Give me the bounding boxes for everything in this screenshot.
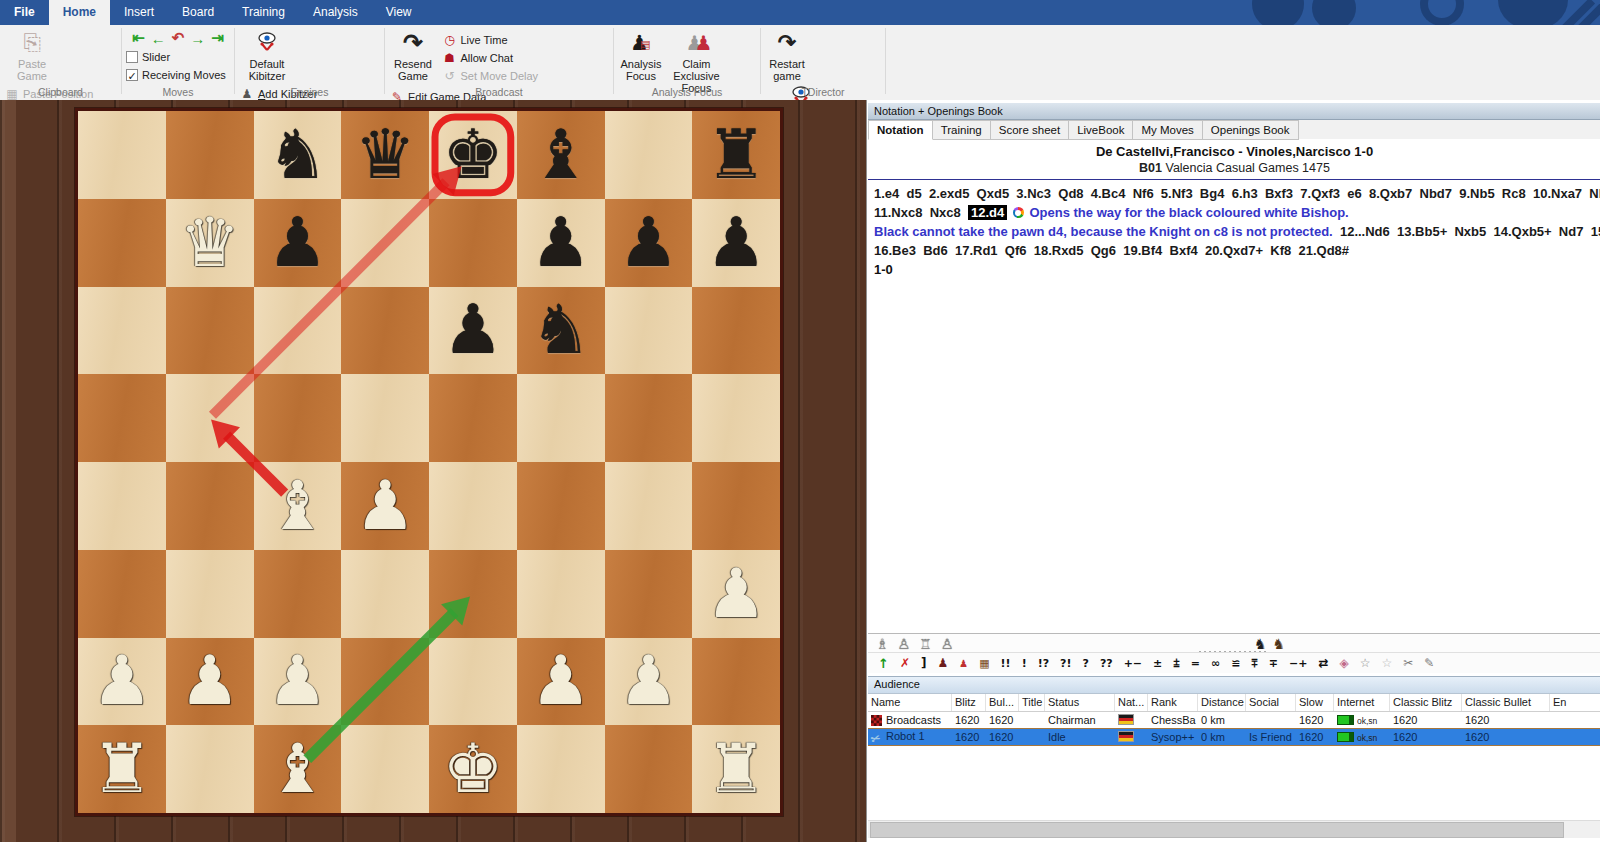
paste-game-label: Paste Game [17,58,47,82]
chess-board-frame: ♞♛♚♝♜♛♟♟♟♟♟♞♝♟♟♟♟♟♟♟♜♝♚♜ [75,108,783,816]
audience-row-robot-1[interactable]: ✂Robot 116201620IdleSysop++0 kmIs Friend… [868,728,1600,746]
default-kibitzer-label: Default Kibitzer [249,58,286,82]
flag-de [1118,731,1134,742]
broadcast-col2: ◷ Live Time ☗ Allow Chat ↺ Set Move Dela… [441,28,538,85]
connection-led [1337,715,1354,725]
eco-line: B01 Valencia Casual Games 1475 [868,161,1600,175]
tab-my-moves[interactable]: My Moves [1133,120,1202,140]
black-bishop-f8[interactable]: ♝ [517,111,605,199]
square-c4[interactable]: ♝ [254,462,342,550]
square-c7[interactable]: ♟ [254,199,342,287]
ribbon-group-tdirector: ↷ Restart game Compare Computer Moves TD… [761,25,885,99]
audience-table: NameBlitzBul...TitleStatusNat...RankDist… [868,694,1600,746]
black-pawn-c7[interactable]: ♟ [254,199,342,287]
decoration-circle [1252,0,1304,25]
slider-label: Slider [142,51,170,63]
cell-slow: 1620 [1296,714,1334,726]
black-knight-f6[interactable]: ♞ [517,287,605,375]
tab-livebook[interactable]: LiveBook [1069,120,1133,140]
black-winning-button[interactable]: −+ [1289,657,1307,670]
column-header-internet[interactable]: Internet [1334,694,1390,711]
scissors-button[interactable]: ✂ [1403,656,1413,670]
white-slightly-better-button[interactable]: ⩲ [1173,657,1179,670]
column-header-distance[interactable]: Distance [1198,694,1246,711]
square-f3[interactable] [517,550,605,638]
column-header-en[interactable]: En [1550,694,1600,711]
connection-text: ok,sn [1357,716,1377,726]
square-f4[interactable] [517,462,605,550]
column-header-rank[interactable]: Rank [1148,694,1198,711]
tab-notation[interactable]: Notation [868,120,933,140]
white-bishop-c4[interactable]: ♝ [254,462,342,550]
annotation-toolbar: ↑✗]♟♟▦!!!!??!???+−±⩲=∞≌⩱∓−+⇄◈☆☆✂✎ [868,652,1600,673]
restart-game-label: Restart game [769,58,804,82]
ribbon-tab-board[interactable]: Board [168,0,228,25]
moves-line-3-post[interactable]: 12...Nd6 13.Bb5+ Nxb5 14.Qxb5+ Nd7 15.d5… [1333,224,1600,239]
resend-game-icon: ↷ [403,30,423,56]
slider-checkbox[interactable]: Slider [126,48,230,66]
rook-button-icon[interactable]: ♖ [919,636,932,652]
black-queen-d8[interactable]: ♛ [341,111,429,199]
resend-game-label: Resend Game [394,58,432,82]
game-header: De Castellvi,Francisco - Vinoles,Narcisc… [868,141,1600,178]
column-header-classicbullet[interactable]: Classic Bullet [1462,694,1550,711]
square-b7[interactable]: ♛ [166,199,254,287]
ribbon: ⎘ Paste Game ▦ Paste Position ❐ Copy Gam… [0,25,1600,101]
white-queen-b7[interactable]: ♛ [166,199,254,287]
square-c6[interactable] [254,287,342,375]
notation-tab-bar: NotationTrainingScore sheetLiveBookMy Mo… [868,120,1600,139]
cell-bullet: 1620 [986,731,1019,743]
white-better-button[interactable]: ± [1153,657,1162,670]
eraser-button[interactable]: ◈ [1340,656,1349,670]
white-pawn-f2[interactable]: ♟ [517,638,605,726]
black-pawn-e6[interactable]: ♟ [429,287,517,375]
square-b8[interactable] [166,111,254,199]
black-king-e8[interactable]: ♚ [429,111,517,199]
go-to-start-button[interactable]: ⇤ [132,29,145,47]
square-f6[interactable]: ♞ [517,287,605,375]
cell-name[interactable]: Broadcasts [868,714,952,726]
move-up-button[interactable]: ↑ [878,656,889,671]
game-result: 1-0 [874,260,1600,279]
square-a4[interactable] [78,462,166,550]
broadcast-icon [871,715,882,726]
cell-classic-blitz: 1620 [1390,714,1462,726]
analysis-focus-group-label: Analysis Focus [614,86,760,98]
square-d3[interactable] [341,550,429,638]
flag-de [1118,714,1134,725]
clipboard-group-label: Clipboard [0,86,121,98]
cell-status: Chairman [1045,714,1115,726]
black-pawn-h7[interactable]: ♟ [692,199,780,287]
square-e5[interactable] [429,374,517,462]
square-d4[interactable]: ♟ [341,462,429,550]
ribbon-group-analysis-focus: ♟ ▤ Analysis Focus ♟ ♟ Claim Exclusive F… [614,25,760,99]
cell-nationality [1115,731,1148,743]
cell-classic-blitz: 1620 [1390,731,1462,743]
moves-line-3[interactable]: Black cannot take the pawn d4, because t… [874,222,1600,241]
analysis-focus-icon: ♟ ▤ [630,30,652,56]
group-separator [885,28,886,94]
cell-blitz: 1620 [952,731,986,743]
blunder-button[interactable]: ?? [1100,657,1113,670]
black-knight-c8[interactable]: ♞ [254,111,342,199]
cell-internet: ok,sn [1334,714,1390,726]
delete-button[interactable]: ✗ [900,656,910,670]
restart-game-icon: ↷ [778,30,796,56]
decoration-ring [1420,0,1464,25]
claim-exclusive-focus-icon: ♟ ♟ [685,30,707,56]
decoration-circle [1312,0,1356,25]
tab-training[interactable]: Training [933,120,991,140]
white-rook-h1[interactable]: ♜ [692,725,780,813]
moves-group-label: Moves [122,86,234,98]
column-header-nat[interactable]: Nat... [1115,694,1148,711]
connection-led [1337,732,1354,742]
cell-rank: Sysop++ [1148,731,1198,743]
pawn-button-2-icon[interactable]: ♙ [941,636,954,652]
star-button[interactable]: ☆ [1360,656,1371,670]
moves-line-4[interactable]: 16.Be3 Bd6 17.Rd1 Qf6 18.Rxd5 Qg6 19.Bf4… [874,241,1600,260]
cell-rank: ChessBa [1148,714,1198,726]
square-d6[interactable] [341,287,429,375]
cell-bullet: 1620 [986,714,1019,726]
square-a3[interactable] [78,550,166,638]
horizontal-scrollbar[interactable] [868,820,1600,838]
ribbon-tab-bar: FileHomeInsertBoardTrainingAnalysisView [0,0,425,25]
square-g1[interactable] [605,725,693,813]
square-g5[interactable] [605,374,693,462]
square-b6[interactable] [166,287,254,375]
square-d5[interactable] [341,374,429,462]
white-king-e1[interactable]: ♚ [429,725,517,813]
bracket-button[interactable]: ] [921,656,926,670]
forward-button[interactable]: → [190,30,205,47]
square-e4[interactable] [429,462,517,550]
square-d8[interactable]: ♛ [341,111,429,199]
takeback-button[interactable]: ↶ [172,29,185,47]
column-header-name[interactable]: Name [868,694,952,711]
square-c8[interactable]: ♞ [254,111,342,199]
receiving-moves-checkbox[interactable]: ✓ Receiving Moves [126,66,230,84]
square-e6[interactable]: ♟ [429,287,517,375]
square-b2[interactable]: ♟ [166,638,254,726]
column-header-bul[interactable]: Bul... [986,694,1019,711]
cell-status: Idle [1045,731,1115,743]
compensation-button[interactable]: ≌ [1231,657,1240,670]
board-panel: ♞♛♚♝♜♛♟♟♟♟♟♞♝♟♟♟♟♟♟♟♜♝♚♜ [0,100,866,842]
white-bishop-c1[interactable]: ♝ [254,725,342,813]
ribbon-group-moves: ⇤ ← ↶ → ⇥ Slider ✓ Receiving Moves Moves [122,25,234,99]
restart-game-button[interactable]: ↷ Restart game [765,28,809,82]
notation-panel: Notation + Openings Book NotationTrainin… [866,100,1600,842]
ribbon-tab-view[interactable]: View [372,0,426,25]
square-h1[interactable]: ♜ [692,725,780,813]
interesting-move-button[interactable]: !? [1038,657,1049,670]
cell-classic-bullet: 1620 [1462,731,1550,743]
square-c1[interactable]: ♝ [254,725,342,813]
column-header-status[interactable]: Status [1045,694,1115,711]
square-b5[interactable] [166,374,254,462]
moves-line-2-pre[interactable]: 11.Nxc8 Nxc8 [874,205,968,220]
square-h5[interactable] [692,374,780,462]
very-good-move-button[interactable]: !! [1001,657,1011,670]
broadcast-group-label: Broadcast [385,86,613,98]
white-pawn-b2[interactable]: ♟ [166,638,254,726]
square-g7[interactable]: ♟ [605,199,693,287]
square-g2[interactable]: ♟ [605,638,693,726]
cell-blitz: 1620 [952,714,986,726]
engines-group-label: Engines [235,86,384,98]
square-e2[interactable] [429,638,517,726]
moves-line-1[interactable]: 1.e4 d5 2.exd5 Qxd5 3.Nc3 Qd8 4.Bc4 Nf6 … [874,184,1600,203]
black-pawn-f7[interactable]: ♟ [517,199,605,287]
cell-social: Is Friend [1246,731,1296,743]
square-c5[interactable] [254,374,342,462]
scrollbar-thumb[interactable] [870,822,1564,838]
cell-distance: 0 km [1198,731,1246,743]
ribbon-group-engines: Default Kibitzer ♟ Add Kibitzer ♟ Remove… [235,25,384,99]
ribbon-tab-file[interactable]: File [0,0,49,25]
tdirector-group-label: TDirector [761,86,885,98]
square-g8[interactable] [605,111,693,199]
black-slightly-better-button[interactable]: ⩱ [1251,657,1257,670]
square-f8[interactable]: ♝ [517,111,605,199]
square-c2[interactable]: ♟ [254,638,342,726]
receiving-moves-label: Receiving Moves [142,69,226,81]
back-button[interactable]: ← [151,30,166,47]
ribbon-tab-analysis[interactable]: Analysis [299,0,372,25]
cell-classic-bullet: 1620 [1462,714,1550,726]
allow-chat-button[interactable]: ☗ Allow Chat [441,49,538,67]
square-f1[interactable] [517,725,605,813]
square-b1[interactable] [166,725,254,813]
ribbon-group-clipboard: ⎘ Paste Game ▦ Paste Position ❐ Copy Gam… [0,25,121,99]
column-header-title[interactable]: Title [1019,694,1045,711]
good-move-button[interactable]: ! [1022,657,1027,670]
bishop-button-icon[interactable]: ♗ [876,636,889,652]
annotation-text-1: Opens the way for the black coloured whi… [1026,205,1349,220]
white-pawn-h3[interactable]: ♟ [692,550,780,638]
counterplay-button[interactable]: ⇄ [1318,656,1328,670]
square-h8[interactable]: ♜ [692,111,780,199]
current-move-highlight[interactable]: 12.d4 [968,205,1007,220]
square-g3[interactable] [605,550,693,638]
white-rook-a1[interactable]: ♜ [78,725,166,813]
moves-line-2[interactable]: 11.Nxc8 Nxc8 12.d4 Opens the way for the… [874,203,1600,222]
audience-table-header: NameBlitzBul...TitleStatusNat...RankDist… [868,694,1600,712]
white-pawn-c2[interactable]: ♟ [254,638,342,726]
paste-game-button[interactable]: ⎘ Paste Game [4,28,60,82]
analysis-focus-label: Analysis Focus [621,58,662,82]
square-h7[interactable]: ♟ [692,199,780,287]
square-e8[interactable]: ♚ [429,111,517,199]
live-time-button[interactable]: ◷ Live Time [441,31,538,49]
square-e3[interactable] [429,550,517,638]
cell-name[interactable]: ✂Robot 1 [868,730,952,744]
square-h3[interactable]: ♟ [692,550,780,638]
equal-button[interactable]: = [1191,657,1200,670]
square-a1[interactable]: ♜ [78,725,166,813]
connection-text: ok,sn [1357,733,1377,743]
ribbon-group-broadcast: ↷ Resend Game ◷ Live Time ☗ Allow Chat ↺… [385,25,613,99]
tab-openings-book[interactable]: Openings Book [1203,120,1299,140]
column-header-social[interactable]: Social [1246,694,1296,711]
annotation-text-2: Black cannot take the pawn d4, because t… [874,224,1333,239]
white-pawn-a2[interactable]: ♟ [78,638,166,726]
open-book-button[interactable]: ▦ [979,657,989,670]
cell-nationality [1115,714,1148,726]
ribbon-tab-training[interactable]: Training [228,0,299,25]
panel-title[interactable]: Notation + Openings Book [868,103,1600,120]
audience-row-broadcasts[interactable]: Broadcasts16201620ChairmanChessBa0 km162… [868,712,1600,728]
square-b3[interactable] [166,550,254,638]
square-h2[interactable] [692,638,780,726]
square-f5[interactable] [517,374,605,462]
set-move-delay-button[interactable]: ↺ Set Move Delay [441,67,538,85]
promote-variation-button[interactable]: ♟ [937,656,948,670]
go-to-end-button[interactable]: ⇥ [211,29,224,47]
square-g6[interactable] [605,287,693,375]
square-d7[interactable] [341,199,429,287]
column-header-classicblitz[interactable]: Classic Blitz [1390,694,1462,711]
chat-icon: ☗ [441,51,457,65]
knight-black-button-icon[interactable]: ♞ [1254,636,1267,652]
pencil-button[interactable]: ✎ [1424,656,1434,670]
audience-header[interactable]: Audience [868,676,1600,694]
square-b4[interactable] [166,462,254,550]
default-kibitzer-button[interactable]: Default Kibitzer [239,28,295,82]
square-e1[interactable]: ♚ [429,725,517,813]
square-e7[interactable] [429,199,517,287]
star-2-button[interactable]: ☆ [1382,656,1393,670]
claim-exclusive-focus-button[interactable]: ♟ ♟ Claim Exclusive Focus [668,28,724,94]
cell-internet: ok,sn [1334,731,1390,743]
square-a5[interactable] [78,374,166,462]
square-h6[interactable] [692,287,780,375]
ribbon-tab-home[interactable]: Home [49,0,110,25]
white-pawn-g2[interactable]: ♟ [605,638,693,726]
dubious-move-button[interactable]: ?! [1060,657,1071,670]
white-winning-button[interactable]: +− [1124,657,1142,670]
players-result: De Castellvi,Francisco - Vinoles,Narcisc… [868,144,1600,159]
receiving-moves-checkbox-box[interactable]: ✓ [126,69,138,81]
square-d1[interactable] [341,725,429,813]
square-f7[interactable]: ♟ [517,199,605,287]
square-a8[interactable] [78,111,166,199]
square-d2[interactable] [341,638,429,726]
analysis-focus-button[interactable]: ♟ ▤ Analysis Focus [618,28,664,82]
tab-score-sheet[interactable]: Score sheet [991,120,1069,140]
live-time-label: Live Time [460,34,507,46]
delete-variation-button[interactable]: ♟ [959,658,968,669]
allow-chat-label: Allow Chat [460,52,513,64]
pawn-button-icon[interactable]: ♙ [898,636,911,652]
bad-move-button[interactable]: ? [1082,657,1088,670]
piece-toolbar: ♗♙♖♙♞♞ [868,633,1600,653]
clock-icon: ◷ [441,33,457,47]
eco-code: B01 [1139,161,1162,175]
event-name: Valencia Casual Games 1475 [1162,161,1330,175]
column-header-blitz[interactable]: Blitz [952,694,986,711]
resend-game-button[interactable]: ↷ Resend Game [389,28,437,82]
eye-icon [255,30,279,56]
square-a2[interactable]: ♟ [78,638,166,726]
square-a6[interactable] [78,287,166,375]
delay-icon: ↺ [441,69,457,83]
black-pawn-g7[interactable]: ♟ [605,199,693,287]
slider-checkbox-box[interactable] [126,51,138,63]
square-h4[interactable] [692,462,780,550]
square-c3[interactable] [254,550,342,638]
ribbon-tab-insert[interactable]: Insert [110,0,168,25]
chess-board[interactable]: ♞♛♚♝♜♛♟♟♟♟♟♞♝♟♟♟♟♟♟♟♜♝♚♜ [78,111,780,813]
annotation-ring-icon [1013,207,1024,218]
column-header-slow[interactable]: Slow [1296,694,1334,711]
title-bar: FileHomeInsertBoardTrainingAnalysisView [0,0,1600,25]
black-better-button[interactable]: ∓ [1269,657,1278,670]
black-rook-h8[interactable]: ♜ [692,111,780,199]
robot-icon: ✂ [869,731,883,744]
cell-slow: 1620 [1296,731,1334,743]
cell-distance: 0 km [1198,714,1246,726]
paste-icon: ⎘ [23,30,41,56]
notation-moves[interactable]: 1.e4 d5 2.exd5 Qxd5 3.Nc3 Qd8 4.Bc4 Nf6 … [868,179,1600,631]
square-f2[interactable]: ♟ [517,638,605,726]
decoration-circle [1498,0,1568,25]
unclear-button[interactable]: ∞ [1211,657,1220,670]
set-move-delay-label: Set Move Delay [460,70,538,82]
knight-brown-button-icon[interactable]: ♞ [1272,636,1285,652]
chessbase-window: FileHomeInsertBoardTrainingAnalysisView … [0,0,1600,842]
square-g4[interactable] [605,462,693,550]
square-a7[interactable] [78,199,166,287]
white-pawn-d4[interactable]: ♟ [341,462,429,550]
